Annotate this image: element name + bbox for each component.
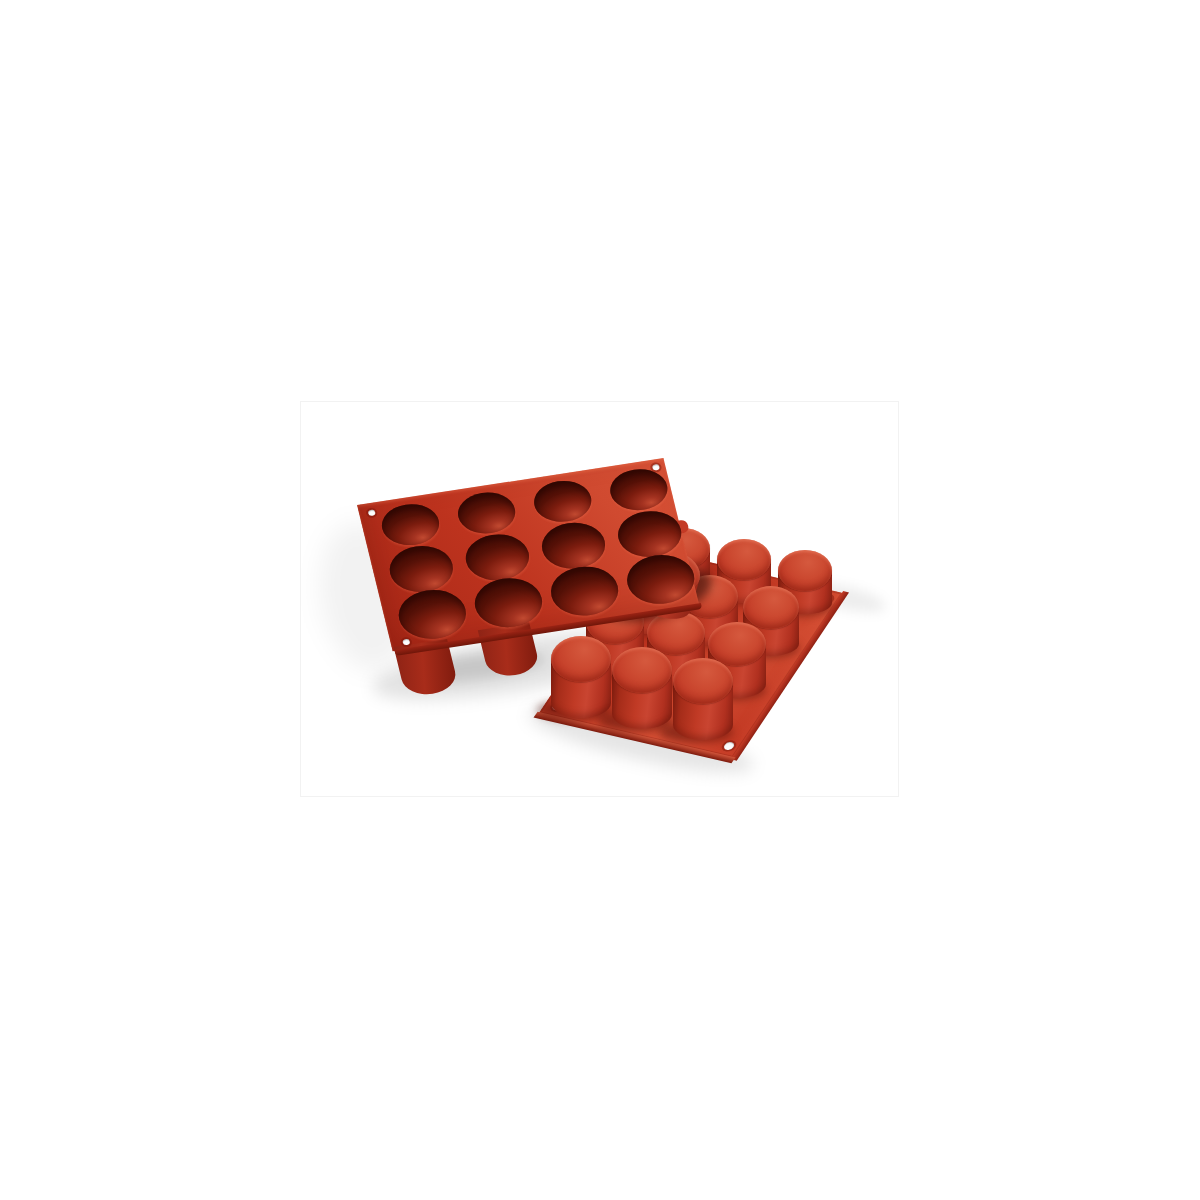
cylinder-top-face [612,647,672,693]
protruding-cylinder [673,658,733,740]
mold-cavity [377,500,443,549]
mold-cavity [605,465,671,514]
cylinder-top-face [551,636,611,682]
product-photo-page [0,0,1200,1200]
mold-cavity [536,519,609,573]
cylinder-top-face [717,539,771,580]
photo-area [300,401,899,797]
protruding-cylinder [551,636,611,718]
mold-cavity [621,550,699,608]
corner-hole [722,741,736,751]
underside-bump [478,622,541,679]
corner-hole [368,509,376,516]
cylinder-top-face [778,550,832,591]
mold-cavity [545,562,623,620]
mold-cavity [453,488,519,537]
mold-cavity [460,530,533,584]
mold-cavity [613,507,686,561]
protruding-cylinder [612,647,672,729]
cylinder-top-face [673,658,733,704]
mold-cavity [469,573,547,631]
mold-cavity [393,585,471,643]
mold-cavity [384,542,457,596]
corner-hole [652,464,660,471]
underside-bump [394,639,460,698]
mold-cavity [529,477,595,526]
